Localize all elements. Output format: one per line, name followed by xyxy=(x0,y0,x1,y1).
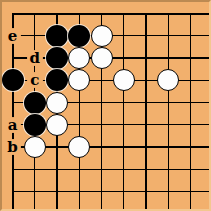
intersection xyxy=(24,25,46,47)
intersection xyxy=(157,47,179,69)
point-label-c: c xyxy=(27,72,43,88)
intersection xyxy=(179,114,201,136)
intersection xyxy=(24,2,46,24)
intersection xyxy=(113,114,135,136)
intersection xyxy=(113,25,135,47)
intersection: a xyxy=(1,114,23,136)
intersection xyxy=(113,2,135,24)
intersection xyxy=(68,47,90,69)
intersection xyxy=(135,25,157,47)
intersection xyxy=(68,158,90,180)
intersection xyxy=(68,69,90,91)
intersection xyxy=(46,114,68,136)
intersection: c xyxy=(24,69,46,91)
intersection xyxy=(135,47,157,69)
intersection xyxy=(179,136,201,158)
intersection xyxy=(113,69,135,91)
intersection xyxy=(68,114,90,136)
intersection xyxy=(46,47,68,69)
white-stone xyxy=(46,114,68,136)
intersection xyxy=(179,180,201,202)
intersection xyxy=(24,180,46,202)
intersection xyxy=(179,2,201,24)
white-stone xyxy=(68,136,90,158)
intersection xyxy=(46,136,68,158)
intersection xyxy=(179,69,201,91)
intersection xyxy=(135,158,157,180)
intersection xyxy=(46,25,68,47)
intersection xyxy=(157,114,179,136)
intersection xyxy=(90,136,112,158)
intersection: e xyxy=(1,25,23,47)
go-board-grid: edcab xyxy=(1,2,201,202)
intersection xyxy=(1,180,23,202)
intersection xyxy=(46,69,68,91)
intersection xyxy=(113,180,135,202)
intersection xyxy=(46,91,68,113)
white-stone xyxy=(91,25,113,47)
intersection xyxy=(90,114,112,136)
intersection xyxy=(135,91,157,113)
intersection xyxy=(68,25,90,47)
intersection xyxy=(46,158,68,180)
intersection xyxy=(68,2,90,24)
point-label-d: d xyxy=(27,50,43,66)
intersection xyxy=(157,2,179,24)
intersection xyxy=(68,180,90,202)
intersection xyxy=(90,158,112,180)
white-stone xyxy=(46,92,68,114)
intersection xyxy=(1,2,23,24)
intersection xyxy=(24,158,46,180)
intersection xyxy=(157,158,179,180)
intersection xyxy=(24,136,46,158)
intersection xyxy=(135,180,157,202)
intersection xyxy=(68,91,90,113)
intersection xyxy=(157,91,179,113)
black-stone xyxy=(24,92,46,114)
intersection xyxy=(68,136,90,158)
white-stone xyxy=(157,69,179,91)
intersection xyxy=(90,25,112,47)
intersection xyxy=(90,69,112,91)
intersection xyxy=(1,69,23,91)
intersection xyxy=(90,47,112,69)
point-label-e: e xyxy=(5,28,21,44)
intersection xyxy=(157,136,179,158)
go-board-diagram: edcab xyxy=(0,0,211,211)
intersection xyxy=(135,2,157,24)
point-label-a: a xyxy=(5,117,21,133)
intersection xyxy=(135,114,157,136)
white-stone xyxy=(68,69,90,91)
intersection xyxy=(90,2,112,24)
intersection xyxy=(1,91,23,113)
intersection xyxy=(113,47,135,69)
point-label-b: b xyxy=(5,139,21,155)
intersection xyxy=(179,91,201,113)
intersection xyxy=(1,47,23,69)
intersection xyxy=(24,114,46,136)
black-stone xyxy=(46,25,68,47)
intersection: d xyxy=(24,47,46,69)
intersection xyxy=(90,180,112,202)
intersection xyxy=(90,91,112,113)
white-stone xyxy=(68,47,90,69)
intersection xyxy=(24,91,46,113)
intersection xyxy=(179,25,201,47)
intersection xyxy=(179,47,201,69)
intersection xyxy=(46,180,68,202)
black-stone xyxy=(46,47,68,69)
intersection xyxy=(179,158,201,180)
intersection xyxy=(157,69,179,91)
intersection xyxy=(157,180,179,202)
black-stone xyxy=(46,69,68,91)
white-stone xyxy=(24,136,46,158)
black-stone xyxy=(2,69,24,91)
intersection xyxy=(135,69,157,91)
intersection: b xyxy=(1,136,23,158)
intersection xyxy=(1,158,23,180)
intersection xyxy=(157,25,179,47)
intersection xyxy=(113,136,135,158)
black-stone xyxy=(24,114,46,136)
intersection xyxy=(113,91,135,113)
white-stone xyxy=(91,47,113,69)
intersection xyxy=(135,136,157,158)
intersection xyxy=(46,2,68,24)
white-stone xyxy=(113,69,135,91)
intersection xyxy=(113,158,135,180)
black-stone xyxy=(68,25,90,47)
